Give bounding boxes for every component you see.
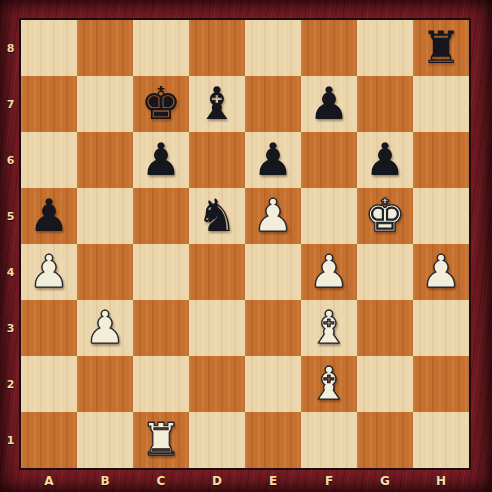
square-d7[interactable]: ♝ — [189, 76, 245, 132]
square-a6[interactable] — [21, 132, 77, 188]
square-d5[interactable]: ♞ — [189, 188, 245, 244]
rank-label-8: 8 — [0, 20, 21, 76]
piece-black-king[interactable]: ♚ — [133, 76, 189, 132]
square-h7[interactable] — [413, 76, 469, 132]
square-a3[interactable] — [21, 300, 77, 356]
file-label-b: B — [77, 469, 133, 492]
square-h3[interactable] — [413, 300, 469, 356]
square-c5[interactable] — [133, 188, 189, 244]
rank-label-6: 6 — [0, 132, 21, 188]
file-label-g: G — [357, 469, 413, 492]
square-c3[interactable] — [133, 300, 189, 356]
piece-black-pawn[interactable]: ♟ — [133, 132, 189, 188]
rank-label-2: 2 — [0, 356, 21, 412]
square-a1[interactable] — [21, 412, 77, 468]
chess-board: ♜♚♝♟♟♟♟♟♞♟♚♟♟♟♟♝♝♜ — [21, 20, 469, 468]
square-e4[interactable] — [245, 244, 301, 300]
square-b8[interactable] — [77, 20, 133, 76]
square-b2[interactable] — [77, 356, 133, 412]
square-h8[interactable]: ♜ — [413, 20, 469, 76]
piece-black-knight[interactable]: ♞ — [189, 188, 245, 244]
square-a2[interactable] — [21, 356, 77, 412]
square-f8[interactable] — [301, 20, 357, 76]
piece-white-pawn[interactable]: ♟ — [245, 188, 301, 244]
file-label-d: D — [189, 469, 245, 492]
square-g8[interactable] — [357, 20, 413, 76]
square-g7[interactable] — [357, 76, 413, 132]
rank-label-4: 4 — [0, 244, 21, 300]
square-d2[interactable] — [189, 356, 245, 412]
square-c7[interactable]: ♚ — [133, 76, 189, 132]
piece-white-pawn[interactable]: ♟ — [301, 244, 357, 300]
square-c2[interactable] — [133, 356, 189, 412]
square-d6[interactable] — [189, 132, 245, 188]
square-f4[interactable]: ♟ — [301, 244, 357, 300]
square-a5[interactable]: ♟ — [21, 188, 77, 244]
square-e3[interactable] — [245, 300, 301, 356]
rank-label-1: 1 — [0, 412, 21, 468]
file-label-e: E — [245, 469, 301, 492]
square-h1[interactable] — [413, 412, 469, 468]
file-label-c: C — [133, 469, 189, 492]
square-h4[interactable]: ♟ — [413, 244, 469, 300]
piece-white-rook[interactable]: ♜ — [133, 412, 189, 468]
piece-black-bishop[interactable]: ♝ — [189, 76, 245, 132]
piece-white-pawn[interactable]: ♟ — [413, 244, 469, 300]
file-label-h: H — [413, 469, 469, 492]
square-c8[interactable] — [133, 20, 189, 76]
piece-black-pawn[interactable]: ♟ — [301, 76, 357, 132]
square-f7[interactable]: ♟ — [301, 76, 357, 132]
square-f5[interactable] — [301, 188, 357, 244]
file-label-a: A — [21, 469, 77, 492]
square-e8[interactable] — [245, 20, 301, 76]
square-c4[interactable] — [133, 244, 189, 300]
square-a4[interactable]: ♟ — [21, 244, 77, 300]
square-g3[interactable] — [357, 300, 413, 356]
piece-white-king[interactable]: ♚ — [357, 188, 413, 244]
square-b5[interactable] — [77, 188, 133, 244]
piece-white-pawn[interactable]: ♟ — [21, 244, 77, 300]
square-d4[interactable] — [189, 244, 245, 300]
square-h5[interactable] — [413, 188, 469, 244]
piece-black-rook[interactable]: ♜ — [413, 20, 469, 76]
square-f6[interactable] — [301, 132, 357, 188]
piece-black-pawn[interactable]: ♟ — [21, 188, 77, 244]
square-d1[interactable] — [189, 412, 245, 468]
rank-label-3: 3 — [0, 300, 21, 356]
square-f1[interactable] — [301, 412, 357, 468]
square-a8[interactable] — [21, 20, 77, 76]
square-h6[interactable] — [413, 132, 469, 188]
piece-white-bishop[interactable]: ♝ — [301, 300, 357, 356]
square-d8[interactable] — [189, 20, 245, 76]
piece-white-pawn[interactable]: ♟ — [77, 300, 133, 356]
square-g5[interactable]: ♚ — [357, 188, 413, 244]
square-b3[interactable]: ♟ — [77, 300, 133, 356]
square-e1[interactable] — [245, 412, 301, 468]
square-g2[interactable] — [357, 356, 413, 412]
square-g6[interactable]: ♟ — [357, 132, 413, 188]
square-h2[interactable] — [413, 356, 469, 412]
square-b4[interactable] — [77, 244, 133, 300]
square-e2[interactable] — [245, 356, 301, 412]
piece-black-pawn[interactable]: ♟ — [245, 132, 301, 188]
rank-label-7: 7 — [0, 76, 21, 132]
square-c1[interactable]: ♜ — [133, 412, 189, 468]
board-frame: ♜♚♝♟♟♟♟♟♞♟♚♟♟♟♟♝♝♜ 87654321 ABCDEFGH — [0, 0, 492, 492]
piece-white-bishop[interactable]: ♝ — [301, 356, 357, 412]
square-b1[interactable] — [77, 412, 133, 468]
square-g4[interactable] — [357, 244, 413, 300]
square-e7[interactable] — [245, 76, 301, 132]
square-b6[interactable] — [77, 132, 133, 188]
square-f3[interactable]: ♝ — [301, 300, 357, 356]
square-a7[interactable] — [21, 76, 77, 132]
piece-black-pawn[interactable]: ♟ — [357, 132, 413, 188]
square-g1[interactable] — [357, 412, 413, 468]
file-label-f: F — [301, 469, 357, 492]
square-c6[interactable]: ♟ — [133, 132, 189, 188]
square-b7[interactable] — [77, 76, 133, 132]
square-e5[interactable]: ♟ — [245, 188, 301, 244]
square-e6[interactable]: ♟ — [245, 132, 301, 188]
square-f2[interactable]: ♝ — [301, 356, 357, 412]
square-d3[interactable] — [189, 300, 245, 356]
rank-label-5: 5 — [0, 188, 21, 244]
